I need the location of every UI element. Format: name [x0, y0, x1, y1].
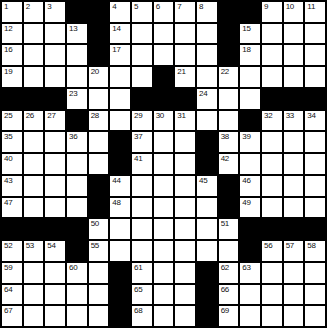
black-cell-r2c5 — [89, 24, 109, 44]
cell-r4c12[interactable] — [240, 67, 260, 87]
cell-r15c11[interactable]: 69 — [219, 306, 239, 326]
cell-r3c13[interactable] — [262, 45, 282, 65]
cell-r12c10[interactable] — [197, 241, 217, 261]
cell-r14c4[interactable] — [67, 285, 87, 305]
black-cell-r12c12 — [240, 241, 260, 261]
clue-number-31: 31 — [177, 112, 185, 120]
cell-r8c7[interactable]: 41 — [132, 154, 152, 174]
clue-number-69: 69 — [221, 307, 229, 315]
cell-r14c2[interactable] — [24, 285, 44, 305]
cell-r7c7[interactable]: 37 — [132, 132, 152, 152]
clue-number-5: 5 — [134, 3, 138, 11]
cell-r8c4[interactable] — [67, 154, 87, 174]
cell-r8c5[interactable] — [89, 154, 109, 174]
clue-number-67: 67 — [4, 307, 12, 315]
cell-r4c9[interactable]: 21 — [175, 67, 195, 87]
cell-r11c10[interactable] — [197, 219, 217, 239]
cell-r2c9[interactable] — [175, 24, 195, 44]
black-cell-r2c11 — [219, 24, 239, 44]
cell-r9c9[interactable] — [175, 176, 195, 196]
cell-r4c3[interactable] — [45, 67, 65, 87]
cell-r6c9[interactable]: 31 — [175, 111, 195, 131]
cell-r7c1[interactable]: 35 — [2, 132, 22, 152]
cell-r5c10[interactable]: 24 — [197, 89, 217, 109]
clue-number-50: 50 — [91, 220, 99, 228]
black-cell-r11c2 — [24, 219, 44, 239]
black-cell-r15c6 — [110, 306, 130, 326]
cell-r6c6[interactable] — [110, 111, 130, 131]
black-cell-r4c8 — [154, 67, 174, 87]
cell-r2c4[interactable]: 13 — [67, 24, 87, 44]
cell-r15c1[interactable]: 67 — [2, 306, 22, 326]
cell-r6c13[interactable]: 32 — [262, 111, 282, 131]
cell-r8c14[interactable] — [284, 154, 304, 174]
cell-r15c14[interactable] — [284, 306, 304, 326]
clue-number-68: 68 — [134, 307, 142, 315]
cell-r14c5[interactable] — [89, 285, 109, 305]
cell-r12c8[interactable] — [154, 241, 174, 261]
cell-r5c4[interactable]: 23 — [67, 89, 87, 109]
cell-r10c15[interactable] — [305, 198, 325, 218]
cell-r13c13[interactable] — [262, 263, 282, 283]
clue-number-17: 17 — [112, 46, 120, 54]
black-cell-r3c5 — [89, 45, 109, 65]
clue-number-46: 46 — [242, 177, 250, 185]
clue-number-45: 45 — [199, 177, 207, 185]
cell-r2c13[interactable] — [262, 24, 282, 44]
clue-number-10: 10 — [286, 3, 294, 11]
cell-r8c3[interactable] — [45, 154, 65, 174]
clue-number-60: 60 — [69, 264, 77, 272]
black-cell-r6c4 — [67, 111, 87, 131]
cell-r9c2[interactable] — [24, 176, 44, 196]
cell-r9c4[interactable] — [67, 176, 87, 196]
cell-r14c12[interactable] — [240, 285, 260, 305]
clue-number-63: 63 — [242, 264, 250, 272]
cell-r10c13[interactable] — [262, 198, 282, 218]
clue-number-36: 36 — [69, 133, 77, 141]
black-cell-r7c10 — [197, 132, 217, 152]
cell-r10c8[interactable] — [154, 198, 174, 218]
cell-r3c3[interactable] — [45, 45, 65, 65]
black-cell-r15c10 — [197, 306, 217, 326]
clue-number-19: 19 — [4, 68, 12, 76]
cell-r4c6[interactable] — [110, 67, 130, 87]
cell-r10c10[interactable] — [197, 198, 217, 218]
black-cell-r5c8 — [154, 89, 174, 109]
black-cell-r3c11 — [219, 45, 239, 65]
black-cell-r11c15 — [305, 219, 325, 239]
cell-r14c14[interactable] — [284, 285, 304, 305]
cell-r9c12[interactable]: 46 — [240, 176, 260, 196]
clue-number-7: 7 — [177, 3, 181, 11]
clue-number-20: 20 — [91, 68, 99, 76]
clue-number-2: 2 — [26, 3, 30, 11]
cell-r10c1[interactable]: 47 — [2, 198, 22, 218]
cell-r10c4[interactable] — [67, 198, 87, 218]
clue-number-24: 24 — [199, 90, 207, 98]
clue-number-55: 55 — [91, 242, 99, 250]
black-cell-r9c5 — [89, 176, 109, 196]
cell-r1c10[interactable]: 8 — [197, 2, 217, 22]
clue-number-40: 40 — [4, 155, 12, 163]
cell-r14c11[interactable]: 66 — [219, 285, 239, 305]
cell-r4c7[interactable] — [132, 67, 152, 87]
cell-r6c15[interactable]: 34 — [305, 111, 325, 131]
cell-r1c13[interactable]: 9 — [262, 2, 282, 22]
clue-number-58: 58 — [307, 242, 315, 250]
clue-number-48: 48 — [112, 199, 120, 207]
black-cell-r10c11 — [219, 198, 239, 218]
cell-r1c2[interactable]: 2 — [24, 2, 44, 22]
cell-r7c11[interactable]: 38 — [219, 132, 239, 152]
clue-number-65: 65 — [134, 286, 142, 294]
cell-r10c2[interactable] — [24, 198, 44, 218]
cell-r8c1[interactable]: 40 — [2, 154, 22, 174]
clue-number-51: 51 — [221, 220, 229, 228]
cell-r15c15[interactable] — [305, 306, 325, 326]
clue-number-11: 11 — [307, 3, 315, 11]
cell-r6c1[interactable]: 25 — [2, 111, 22, 131]
cell-r3c15[interactable] — [305, 45, 325, 65]
cell-r10c9[interactable] — [175, 198, 195, 218]
cell-r9c7[interactable] — [132, 176, 152, 196]
cell-r3c10[interactable] — [197, 45, 217, 65]
cell-r3c8[interactable] — [154, 45, 174, 65]
cell-r1c7[interactable]: 5 — [132, 2, 152, 22]
cell-r5c12[interactable] — [240, 89, 260, 109]
clue-number-33: 33 — [286, 112, 294, 120]
clue-number-4: 4 — [112, 3, 116, 11]
cell-r15c9[interactable] — [175, 306, 195, 326]
cell-r2c6[interactable]: 14 — [110, 24, 130, 44]
cell-r15c8[interactable] — [154, 306, 174, 326]
black-cell-r10c5 — [89, 198, 109, 218]
cell-r10c3[interactable] — [45, 198, 65, 218]
cell-r2c7[interactable] — [132, 24, 152, 44]
cell-r6c8[interactable]: 30 — [154, 111, 174, 131]
black-cell-r11c3 — [45, 219, 65, 239]
black-cell-r1c12 — [240, 2, 260, 22]
cell-r4c2[interactable] — [24, 67, 44, 87]
clue-number-34: 34 — [307, 112, 315, 120]
cell-r4c13[interactable] — [262, 67, 282, 87]
cell-r8c13[interactable] — [262, 154, 282, 174]
clue-number-16: 16 — [4, 46, 12, 54]
clue-number-6: 6 — [156, 3, 160, 11]
cell-r7c2[interactable] — [24, 132, 44, 152]
cell-r11c8[interactable] — [154, 219, 174, 239]
cell-r9c8[interactable] — [154, 176, 174, 196]
clue-number-66: 66 — [221, 286, 229, 294]
cell-r12c1[interactable]: 52 — [2, 241, 22, 261]
cell-r13c9[interactable] — [175, 263, 195, 283]
cell-r7c4[interactable]: 36 — [67, 132, 87, 152]
cell-r14c1[interactable]: 64 — [2, 285, 22, 305]
black-cell-r5c13 — [262, 89, 282, 109]
cell-r4c14[interactable] — [284, 67, 304, 87]
cell-r13c8[interactable] — [154, 263, 174, 283]
clue-number-9: 9 — [264, 3, 268, 11]
black-cell-r8c10 — [197, 154, 217, 174]
cell-r14c7[interactable]: 65 — [132, 285, 152, 305]
clue-number-43: 43 — [4, 177, 12, 185]
clue-number-42: 42 — [221, 155, 229, 163]
cell-r13c1[interactable]: 59 — [2, 263, 22, 283]
cell-r6c5[interactable]: 28 — [89, 111, 109, 131]
cell-r14c13[interactable] — [262, 285, 282, 305]
cell-r5c6[interactable] — [110, 89, 130, 109]
clue-number-39: 39 — [242, 133, 250, 141]
cell-r11c6[interactable] — [110, 219, 130, 239]
cell-r4c10[interactable] — [197, 67, 217, 87]
clue-number-29: 29 — [134, 112, 142, 120]
black-cell-r6c12 — [240, 111, 260, 131]
cell-r8c2[interactable] — [24, 154, 44, 174]
cell-r11c5[interactable]: 50 — [89, 219, 109, 239]
cell-r3c14[interactable] — [284, 45, 304, 65]
clue-number-59: 59 — [4, 264, 12, 272]
black-cell-r5c3 — [45, 89, 65, 109]
cell-r8c11[interactable]: 42 — [219, 154, 239, 174]
cell-r14c3[interactable] — [45, 285, 65, 305]
black-cell-r1c5 — [89, 2, 109, 22]
cell-r2c14[interactable] — [284, 24, 304, 44]
cell-r11c7[interactable] — [132, 219, 152, 239]
cell-r15c5[interactable] — [89, 306, 109, 326]
clue-number-41: 41 — [134, 155, 142, 163]
cell-r6c11[interactable] — [219, 111, 239, 131]
cell-r2c8[interactable] — [154, 24, 174, 44]
cell-r13c11[interactable]: 62 — [219, 263, 239, 283]
cell-r7c13[interactable] — [262, 132, 282, 152]
clue-number-54: 54 — [47, 242, 55, 250]
black-cell-r5c2 — [24, 89, 44, 109]
cell-r7c15[interactable] — [305, 132, 325, 152]
cell-r6c3[interactable]: 27 — [45, 111, 65, 131]
cell-r12c14[interactable]: 57 — [284, 241, 304, 261]
cell-r12c15[interactable]: 58 — [305, 241, 325, 261]
cell-r12c9[interactable] — [175, 241, 195, 261]
cell-r9c15[interactable] — [305, 176, 325, 196]
cell-r9c1[interactable]: 43 — [2, 176, 22, 196]
cell-r10c6[interactable]: 48 — [110, 198, 130, 218]
black-cell-r1c11 — [219, 2, 239, 22]
cell-r5c5[interactable] — [89, 89, 109, 109]
black-cell-r11c1 — [2, 219, 22, 239]
black-cell-r9c11 — [219, 176, 239, 196]
crossword-grid: 1234567891011121314151617181920212223242… — [0, 0, 327, 328]
crossword-page: 1234567891011121314151617181920212223242… — [0, 0, 327, 328]
clue-number-23: 23 — [69, 90, 77, 98]
cell-r1c1[interactable]: 1 — [2, 2, 22, 22]
black-cell-r5c7 — [132, 89, 152, 109]
black-cell-r7c6 — [110, 132, 130, 152]
cell-r7c12[interactable]: 39 — [240, 132, 260, 152]
cell-r11c11[interactable]: 51 — [219, 219, 239, 239]
cell-r2c15[interactable] — [305, 24, 325, 44]
cell-r3c6[interactable]: 17 — [110, 45, 130, 65]
black-cell-r1c4 — [67, 2, 87, 22]
clue-number-37: 37 — [134, 133, 142, 141]
clue-number-30: 30 — [156, 112, 164, 120]
cell-r6c10[interactable] — [197, 111, 217, 131]
cell-r7c8[interactable] — [154, 132, 174, 152]
black-cell-r8c6 — [110, 154, 130, 174]
clue-number-25: 25 — [4, 112, 12, 120]
cell-r13c12[interactable]: 63 — [240, 263, 260, 283]
clue-number-62: 62 — [221, 264, 229, 272]
black-cell-r11c12 — [240, 219, 260, 239]
clue-number-3: 3 — [47, 3, 51, 11]
cell-r15c3[interactable] — [45, 306, 65, 326]
black-cell-r14c10 — [197, 285, 217, 305]
clue-number-27: 27 — [47, 112, 55, 120]
clue-number-8: 8 — [199, 3, 203, 11]
clue-number-64: 64 — [4, 286, 12, 294]
black-cell-r14c6 — [110, 285, 130, 305]
cell-r11c9[interactable] — [175, 219, 195, 239]
cell-r4c5[interactable]: 20 — [89, 67, 109, 87]
clue-number-1: 1 — [4, 3, 8, 11]
cell-r10c12[interactable]: 49 — [240, 198, 260, 218]
black-cell-r11c13 — [262, 219, 282, 239]
cell-r1c9[interactable]: 7 — [175, 2, 195, 22]
cell-r12c6[interactable] — [110, 241, 130, 261]
black-cell-r5c1 — [2, 89, 22, 109]
clue-number-38: 38 — [221, 133, 229, 141]
cell-r3c9[interactable] — [175, 45, 195, 65]
black-cell-r13c10 — [197, 263, 217, 283]
black-cell-r5c15 — [305, 89, 325, 109]
cell-r12c5[interactable]: 55 — [89, 241, 109, 261]
cell-r12c3[interactable]: 54 — [45, 241, 65, 261]
cell-r15c7[interactable]: 68 — [132, 306, 152, 326]
clue-number-13: 13 — [69, 25, 77, 33]
cell-r13c15[interactable] — [305, 263, 325, 283]
cell-r15c4[interactable] — [67, 306, 87, 326]
clue-number-49: 49 — [242, 199, 250, 207]
clue-number-14: 14 — [112, 25, 120, 33]
clue-number-18: 18 — [242, 46, 250, 54]
cell-r6c14[interactable]: 33 — [284, 111, 304, 131]
cell-r9c3[interactable] — [45, 176, 65, 196]
cell-r1c14[interactable]: 10 — [284, 2, 304, 22]
cell-r10c14[interactable] — [284, 198, 304, 218]
cell-r10c7[interactable] — [132, 198, 152, 218]
cell-r1c8[interactable]: 6 — [154, 2, 174, 22]
clue-number-52: 52 — [4, 242, 12, 250]
cell-r8c9[interactable] — [175, 154, 195, 174]
cell-r1c3[interactable]: 3 — [45, 2, 65, 22]
black-cell-r13c6 — [110, 263, 130, 283]
cell-r12c13[interactable]: 56 — [262, 241, 282, 261]
cell-r14c15[interactable] — [305, 285, 325, 305]
cell-r13c14[interactable] — [284, 263, 304, 283]
cell-r12c7[interactable] — [132, 241, 152, 261]
clue-number-32: 32 — [264, 112, 272, 120]
cell-r14c9[interactable] — [175, 285, 195, 305]
clue-number-15: 15 — [242, 25, 250, 33]
cell-r7c14[interactable] — [284, 132, 304, 152]
cell-r14c8[interactable] — [154, 285, 174, 305]
clue-number-21: 21 — [177, 68, 185, 76]
cell-r8c12[interactable] — [240, 154, 260, 174]
black-cell-r11c4 — [67, 219, 87, 239]
cell-r8c15[interactable] — [305, 154, 325, 174]
cell-r2c2[interactable] — [24, 24, 44, 44]
cell-r13c7[interactable]: 61 — [132, 263, 152, 283]
cell-r3c1[interactable]: 16 — [2, 45, 22, 65]
cell-r2c12[interactable]: 15 — [240, 24, 260, 44]
cell-r4c15[interactable] — [305, 67, 325, 87]
cell-r15c2[interactable] — [24, 306, 44, 326]
cell-r12c2[interactable]: 53 — [24, 241, 44, 261]
clue-number-26: 26 — [26, 112, 34, 120]
cell-r3c4[interactable] — [67, 45, 87, 65]
clue-number-47: 47 — [4, 199, 12, 207]
cell-r2c1[interactable]: 12 — [2, 24, 22, 44]
clue-number-53: 53 — [26, 242, 34, 250]
black-cell-r12c4 — [67, 241, 87, 261]
black-cell-r5c9 — [175, 89, 195, 109]
cell-r5c11[interactable] — [219, 89, 239, 109]
cell-r7c3[interactable] — [45, 132, 65, 152]
cell-r4c11[interactable]: 22 — [219, 67, 239, 87]
cell-r13c5[interactable] — [89, 263, 109, 283]
clue-number-56: 56 — [264, 242, 272, 250]
clue-number-22: 22 — [221, 68, 229, 76]
cell-r4c1[interactable]: 19 — [2, 67, 22, 87]
cell-r15c13[interactable] — [262, 306, 282, 326]
cell-r3c2[interactable] — [24, 45, 44, 65]
clue-number-28: 28 — [91, 112, 99, 120]
cell-r2c10[interactable] — [197, 24, 217, 44]
cell-r13c3[interactable] — [45, 263, 65, 283]
clue-number-35: 35 — [4, 133, 12, 141]
cell-r9c6[interactable]: 44 — [110, 176, 130, 196]
cell-r9c10[interactable]: 45 — [197, 176, 217, 196]
clue-number-12: 12 — [4, 25, 12, 33]
clue-number-61: 61 — [134, 264, 142, 272]
cell-r3c7[interactable] — [132, 45, 152, 65]
clue-number-44: 44 — [112, 177, 120, 185]
cell-r7c5[interactable] — [89, 132, 109, 152]
cell-r6c2[interactable]: 26 — [24, 111, 44, 131]
cell-r7c9[interactable] — [175, 132, 195, 152]
cell-r1c15[interactable]: 11 — [305, 2, 325, 22]
black-cell-r5c14 — [284, 89, 304, 109]
cell-r13c4[interactable]: 60 — [67, 263, 87, 283]
cell-r12c11[interactable] — [219, 241, 239, 261]
cell-r3c12[interactable]: 18 — [240, 45, 260, 65]
cell-r1c6[interactable]: 4 — [110, 2, 130, 22]
cell-r9c13[interactable] — [262, 176, 282, 196]
cell-r6c7[interactable]: 29 — [132, 111, 152, 131]
clue-number-57: 57 — [286, 242, 294, 250]
cell-r4c4[interactable] — [67, 67, 87, 87]
cell-r13c2[interactable] — [24, 263, 44, 283]
cell-r15c12[interactable] — [240, 306, 260, 326]
black-cell-r11c14 — [284, 219, 304, 239]
cell-r9c14[interactable] — [284, 176, 304, 196]
cell-r8c8[interactable] — [154, 154, 174, 174]
cell-r2c3[interactable] — [45, 24, 65, 44]
